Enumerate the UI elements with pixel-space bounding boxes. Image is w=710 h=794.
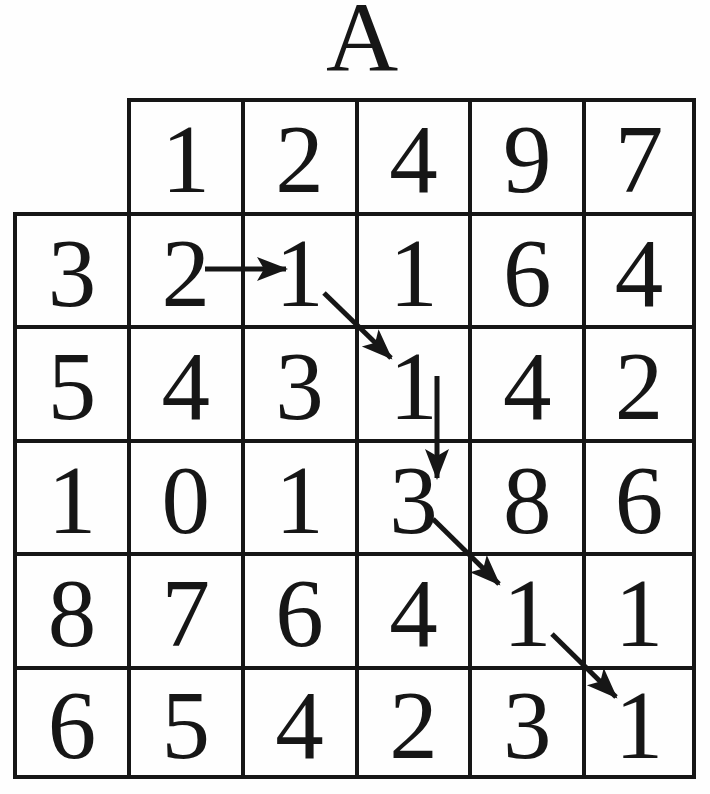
matrix-cell-r2c2: 3 — [241, 325, 355, 439]
dp-matrix-board: 1 2 4 9 7 3 2 1 1 6 4 5 4 3 1 4 2 1 0 1 … — [13, 98, 696, 779]
matrix-cell-r5c3: 2 — [355, 666, 469, 780]
matrix-cell-r1c4: 6 — [468, 212, 582, 326]
matrix-cell-r0c3: 4 — [355, 98, 469, 212]
matrix-cell-r2c0: 5 — [13, 325, 127, 439]
matrix-cell-r3c1: 0 — [127, 439, 241, 553]
matrix-cell-r5c0: 6 — [13, 666, 127, 780]
matrix-cell-r4c3: 4 — [355, 552, 469, 666]
matrix-cell-r4c2: 6 — [241, 552, 355, 666]
matrix-cell-r4c4: 1 — [468, 552, 582, 666]
matrix-cell-r4c5: 1 — [582, 552, 696, 666]
matrix-cell-r1c3: 1 — [355, 212, 469, 326]
matrix-cell-r0c1: 1 — [127, 98, 241, 212]
matrix-cell-r1c5: 4 — [582, 212, 696, 326]
matrix-cell-r1c0: 3 — [13, 212, 127, 326]
matrix-cell-r4c1: 7 — [127, 552, 241, 666]
matrix-cell-r2c4: 4 — [468, 325, 582, 439]
matrix-cell-r3c5: 6 — [582, 439, 696, 553]
matrix-cell-r3c2: 1 — [241, 439, 355, 553]
matrix-cell-r5c5: 1 — [582, 666, 696, 780]
matrix-cell-r0c5: 7 — [582, 98, 696, 212]
matrix-cell-r1c2: 1 — [241, 212, 355, 326]
matrix-cell-r5c1: 5 — [127, 666, 241, 780]
sequence-label-A: A — [297, 0, 427, 88]
matrix-cell-r2c3: 1 — [355, 325, 469, 439]
matrix-cell-r2c5: 2 — [582, 325, 696, 439]
matrix-cell-r1c1: 2 — [127, 212, 241, 326]
matrix-cell-r0c2: 2 — [241, 98, 355, 212]
matrix-cell-r5c4: 3 — [468, 666, 582, 780]
matrix-cell-r4c0: 8 — [13, 552, 127, 666]
matrix-cell-r2c1: 4 — [127, 325, 241, 439]
matrix-cell-r3c0: 1 — [13, 439, 127, 553]
matrix-cell-r0c4: 9 — [468, 98, 582, 212]
matrix-cell-r5c2: 4 — [241, 666, 355, 780]
dp-matrix-figure: A 1 2 4 9 7 3 2 1 1 6 4 5 4 3 1 4 2 1 0 … — [0, 0, 710, 794]
matrix-cell-r3c4: 8 — [468, 439, 582, 553]
matrix-cell-r3c3: 3 — [355, 439, 469, 553]
corner-blank-cell — [13, 98, 127, 212]
